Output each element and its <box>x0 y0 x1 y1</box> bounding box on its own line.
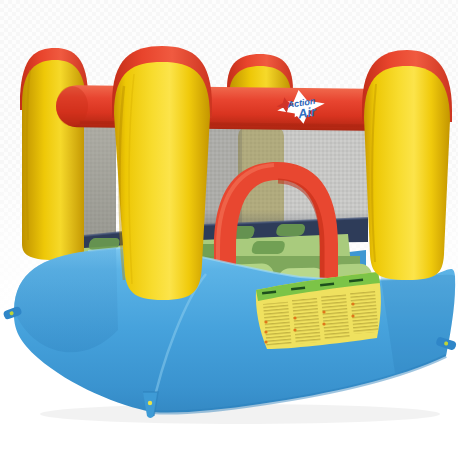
front-right-pillar <box>362 50 452 280</box>
bounce-house: Action Air <box>3 46 458 418</box>
logo-text-bottom: Air <box>296 104 318 122</box>
top-beam: Action Air <box>56 83 387 131</box>
back-left-pillar <box>20 48 88 260</box>
front-left-pillar <box>112 46 212 300</box>
product-photo: Action Air <box>0 0 458 458</box>
